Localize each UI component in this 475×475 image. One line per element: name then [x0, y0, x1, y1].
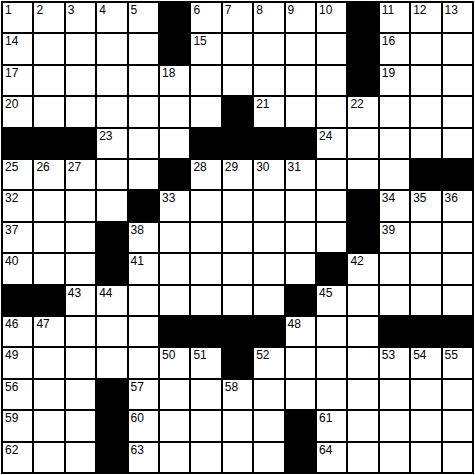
block-cell-r9c0: [3, 286, 32, 315]
cell-r5c10[interactable]: [317, 160, 346, 189]
clue-number: 44: [99, 286, 112, 300]
cell-r7c1[interactable]: [34, 223, 63, 252]
cell-r4c3[interactable]: 23: [97, 129, 126, 158]
cell-r7c4[interactable]: 38: [129, 223, 158, 252]
block-cell-r9c1: [34, 286, 63, 315]
cell-r3c4[interactable]: [129, 97, 158, 126]
cell-r9c13[interactable]: [411, 286, 440, 315]
cell-r5c4[interactable]: [129, 160, 158, 189]
clue-number: 21: [256, 97, 269, 111]
cell-r6c5[interactable]: 33: [160, 191, 189, 220]
crossword-grid: 1234567891011121314151617181920212223242…: [1, 1, 474, 474]
block-cell-r1c11: [348, 34, 377, 63]
block-cell-r13c9: [286, 411, 315, 440]
cell-r3c2[interactable]: [66, 97, 95, 126]
cell-r11c0[interactable]: 49: [3, 348, 32, 377]
block-cell-r5c5: [160, 160, 189, 189]
cell-r1c0[interactable]: 14: [3, 34, 32, 63]
cell-r2c1[interactable]: [34, 66, 63, 95]
cell-r0c13[interactable]: 12: [411, 3, 440, 32]
cell-r7c10[interactable]: [317, 223, 346, 252]
cell-r14c4[interactable]: 63: [129, 443, 158, 472]
clue-number: 49: [5, 348, 18, 362]
cell-r9c11[interactable]: [348, 286, 377, 315]
cell-r1c7[interactable]: [223, 34, 252, 63]
cell-r10c0[interactable]: 46: [3, 317, 32, 346]
clue-number: 6: [193, 3, 200, 17]
cell-r2c13[interactable]: [411, 66, 440, 95]
block-cell-r10c6: [191, 317, 220, 346]
cell-r6c1[interactable]: [34, 191, 63, 220]
clue-number: 27: [68, 160, 81, 174]
block-cell-r4c6: [191, 129, 220, 158]
cell-r11c2[interactable]: [66, 348, 95, 377]
cell-r7c12[interactable]: 39: [380, 223, 409, 252]
clue-number: 61: [319, 411, 332, 425]
clue-number: 36: [445, 191, 458, 205]
cell-r12c0[interactable]: 56: [3, 380, 32, 409]
cell-r6c7[interactable]: [223, 191, 252, 220]
cell-r14c14[interactable]: [443, 443, 472, 472]
cell-r14c7[interactable]: [223, 443, 252, 472]
cell-r1c14[interactable]: [443, 34, 472, 63]
block-cell-r4c7: [223, 129, 252, 158]
cell-r9c5[interactable]: [160, 286, 189, 315]
cell-r7c14[interactable]: [443, 223, 472, 252]
cell-r9c6[interactable]: [191, 286, 220, 315]
cell-r8c14[interactable]: [443, 254, 472, 283]
block-cell-r4c1: [34, 129, 63, 158]
cell-r7c13[interactable]: [411, 223, 440, 252]
cell-r8c5[interactable]: [160, 254, 189, 283]
cell-r12c4[interactable]: 57: [129, 380, 158, 409]
cell-r10c11[interactable]: [348, 317, 377, 346]
cell-r10c2[interactable]: [66, 317, 95, 346]
block-cell-r9c9: [286, 286, 315, 315]
cell-r5c3[interactable]: [97, 160, 126, 189]
cell-r0c10[interactable]: 10: [317, 3, 346, 32]
block-cell-r12c3: [97, 380, 126, 409]
cell-r7c9[interactable]: [286, 223, 315, 252]
cell-r3c3[interactable]: [97, 97, 126, 126]
cell-r11c11[interactable]: [348, 348, 377, 377]
block-cell-r10c12: [380, 317, 409, 346]
cell-r7c6[interactable]: [191, 223, 220, 252]
block-cell-r4c9: [286, 129, 315, 158]
cell-r6c8[interactable]: [254, 191, 283, 220]
block-cell-r0c11: [348, 3, 377, 32]
clue-number: 52: [256, 348, 269, 362]
clue-number: 58: [225, 380, 238, 394]
clue-number: 43: [68, 286, 81, 300]
cell-r5c1[interactable]: 26: [34, 160, 63, 189]
cell-r2c7[interactable]: [223, 66, 252, 95]
cell-r11c13[interactable]: 54: [411, 348, 440, 377]
cell-r12c12[interactable]: [380, 380, 409, 409]
cell-r3c9[interactable]: [286, 97, 315, 126]
cell-r3c12[interactable]: [380, 97, 409, 126]
cell-r11c12[interactable]: 53: [380, 348, 409, 377]
cell-r2c10[interactable]: [317, 66, 346, 95]
block-cell-r0c5: [160, 3, 189, 32]
cell-r8c11[interactable]: 42: [348, 254, 377, 283]
cell-r1c8[interactable]: [254, 34, 283, 63]
cell-r8c1[interactable]: [34, 254, 63, 283]
block-cell-r14c3: [97, 443, 126, 472]
clue-number: 12: [413, 3, 426, 17]
clue-number: 24: [319, 129, 332, 143]
cell-r6c3[interactable]: [97, 191, 126, 220]
cell-r14c12[interactable]: [380, 443, 409, 472]
clue-number: 39: [382, 223, 395, 237]
cell-r7c5[interactable]: [160, 223, 189, 252]
block-cell-r11c7: [223, 348, 252, 377]
cell-r9c3[interactable]: 44: [97, 286, 126, 315]
cell-r12c11[interactable]: [348, 380, 377, 409]
cell-r13c1[interactable]: [34, 411, 63, 440]
cell-r8c8[interactable]: [254, 254, 283, 283]
cell-r11c5[interactable]: 50: [160, 348, 189, 377]
block-cell-r4c0: [3, 129, 32, 158]
clue-number: 33: [162, 191, 175, 205]
cell-r4c10[interactable]: 24: [317, 129, 346, 158]
cell-r13c0[interactable]: 59: [3, 411, 32, 440]
cell-r0c1[interactable]: 2: [34, 3, 63, 32]
cell-r7c8[interactable]: [254, 223, 283, 252]
cell-r3c10[interactable]: [317, 97, 346, 126]
clue-number: 22: [350, 97, 363, 111]
cell-r5c6[interactable]: 28: [191, 160, 220, 189]
cell-r2c6[interactable]: [191, 66, 220, 95]
cell-r0c6[interactable]: 6: [191, 3, 220, 32]
cell-r10c10[interactable]: [317, 317, 346, 346]
clue-number: 60: [131, 411, 144, 425]
cell-r14c0[interactable]: 62: [3, 443, 32, 472]
cell-r10c4[interactable]: [129, 317, 158, 346]
block-cell-r13c3: [97, 411, 126, 440]
clue-number: 1: [5, 3, 12, 17]
cell-r11c10[interactable]: [317, 348, 346, 377]
clue-number: 23: [99, 129, 112, 143]
block-cell-r4c8: [254, 129, 283, 158]
clue-number: 26: [36, 160, 49, 174]
cell-r4c4[interactable]: [129, 129, 158, 158]
cell-r9c7[interactable]: [223, 286, 252, 315]
cell-r9c2[interactable]: 43: [66, 286, 95, 315]
cell-r0c7[interactable]: 7: [223, 3, 252, 32]
cell-r12c2[interactable]: [66, 380, 95, 409]
cell-r11c9[interactable]: [286, 348, 315, 377]
clue-number: 7: [225, 3, 232, 17]
clue-number: 15: [193, 34, 206, 48]
cell-r12c6[interactable]: [191, 380, 220, 409]
cell-r1c2[interactable]: [66, 34, 95, 63]
cell-r14c13[interactable]: [411, 443, 440, 472]
block-cell-r10c13: [411, 317, 440, 346]
clue-number: 51: [193, 348, 206, 362]
cell-r3c0[interactable]: 20: [3, 97, 32, 126]
clue-number: 13: [445, 3, 458, 17]
clue-number: 37: [5, 223, 18, 237]
block-cell-r8c3: [97, 254, 126, 283]
cell-r2c12[interactable]: 19: [380, 66, 409, 95]
cell-r10c3[interactable]: [97, 317, 126, 346]
cell-r12c7[interactable]: 58: [223, 380, 252, 409]
cell-r2c3[interactable]: [97, 66, 126, 95]
cell-r1c3[interactable]: [97, 34, 126, 63]
cell-r4c5[interactable]: [160, 129, 189, 158]
clue-number: 10: [319, 3, 332, 17]
cell-r8c6[interactable]: [191, 254, 220, 283]
cell-r13c5[interactable]: [160, 411, 189, 440]
cell-r2c9[interactable]: [286, 66, 315, 95]
cell-r6c10[interactable]: [317, 191, 346, 220]
cell-r6c0[interactable]: 32: [3, 191, 32, 220]
cell-r6c9[interactable]: [286, 191, 315, 220]
cell-r14c1[interactable]: [34, 443, 63, 472]
cell-r11c14[interactable]: 55: [443, 348, 472, 377]
cell-r3c1[interactable]: [34, 97, 63, 126]
cell-r2c4[interactable]: [129, 66, 158, 95]
block-cell-r4c2: [66, 129, 95, 158]
cell-r12c1[interactable]: [34, 380, 63, 409]
block-cell-r10c7: [223, 317, 252, 346]
cell-r4c11[interactable]: [348, 129, 377, 158]
cell-r9c12[interactable]: [380, 286, 409, 315]
clue-number: 28: [193, 160, 206, 174]
clue-number: 32: [5, 191, 18, 205]
clue-number: 64: [319, 443, 332, 457]
cell-r14c2[interactable]: [66, 443, 95, 472]
cell-r10c1[interactable]: 47: [34, 317, 63, 346]
clue-number: 50: [162, 348, 175, 362]
cell-r2c5[interactable]: 18: [160, 66, 189, 95]
cell-r5c0[interactable]: 25: [3, 160, 32, 189]
cell-r0c14[interactable]: 13: [443, 3, 472, 32]
clue-number: 62: [5, 443, 18, 457]
cell-r8c7[interactable]: [223, 254, 252, 283]
cell-r8c12[interactable]: [380, 254, 409, 283]
cell-r0c0[interactable]: 1: [3, 3, 32, 32]
clue-number: 59: [5, 411, 18, 425]
crossword-board: 1234567891011121314151617181920212223242…: [0, 0, 475, 475]
clue-number: 11: [382, 3, 394, 17]
cell-r10c9[interactable]: 48: [286, 317, 315, 346]
clue-number: 57: [131, 380, 144, 394]
cell-r8c13[interactable]: [411, 254, 440, 283]
clue-number: 55: [445, 348, 458, 362]
cell-r0c9[interactable]: 9: [286, 3, 315, 32]
cell-r12c10[interactable]: [317, 380, 346, 409]
cell-r11c3[interactable]: [97, 348, 126, 377]
block-cell-r1c5: [160, 34, 189, 63]
cell-r1c4[interactable]: [129, 34, 158, 63]
block-cell-r10c5: [160, 317, 189, 346]
cell-r6c6[interactable]: [191, 191, 220, 220]
cell-r11c8[interactable]: 52: [254, 348, 283, 377]
cell-r3c11[interactable]: 22: [348, 97, 377, 126]
clue-number: 16: [382, 34, 395, 48]
cell-r11c6[interactable]: 51: [191, 348, 220, 377]
cell-r8c4[interactable]: 41: [129, 254, 158, 283]
clue-number: 45: [319, 286, 332, 300]
clue-number: 8: [256, 3, 263, 17]
block-cell-r7c3: [97, 223, 126, 252]
clue-number: 53: [382, 348, 395, 362]
clue-number: 14: [5, 34, 18, 48]
clue-number: 40: [5, 254, 18, 268]
cell-r13c8[interactable]: [254, 411, 283, 440]
cell-r14c11[interactable]: [348, 443, 377, 472]
clue-number: 20: [5, 97, 18, 111]
cell-r14c5[interactable]: [160, 443, 189, 472]
cell-r5c9[interactable]: 31: [286, 160, 315, 189]
cell-r2c8[interactable]: [254, 66, 283, 95]
cell-r1c13[interactable]: [411, 34, 440, 63]
block-cell-r8c10: [317, 254, 346, 283]
cell-r12c5[interactable]: [160, 380, 189, 409]
cell-r7c7[interactable]: [223, 223, 252, 252]
block-cell-r5c13: [411, 160, 440, 189]
cell-r14c8[interactable]: [254, 443, 283, 472]
cell-r7c2[interactable]: [66, 223, 95, 252]
cell-r12c8[interactable]: [254, 380, 283, 409]
clue-number: 25: [5, 160, 18, 174]
clue-number: 38: [131, 223, 144, 237]
clue-number: 4: [99, 3, 106, 17]
clue-number: 18: [162, 66, 175, 80]
clue-number: 63: [131, 443, 144, 457]
cell-r5c7[interactable]: 29: [223, 160, 252, 189]
cell-r6c12[interactable]: 34: [380, 191, 409, 220]
block-cell-r10c14: [443, 317, 472, 346]
block-cell-r2c11: [348, 66, 377, 95]
clue-number: 34: [382, 191, 395, 205]
cell-r8c9[interactable]: [286, 254, 315, 283]
cell-r12c13[interactable]: [411, 380, 440, 409]
cell-r8c0[interactable]: 40: [3, 254, 32, 283]
cell-r9c14[interactable]: [443, 286, 472, 315]
cell-r1c12[interactable]: 16: [380, 34, 409, 63]
cell-r5c8[interactable]: 30: [254, 160, 283, 189]
cell-r3c5[interactable]: [160, 97, 189, 126]
cell-r13c7[interactable]: [223, 411, 252, 440]
cell-r13c13[interactable]: [411, 411, 440, 440]
clue-number: 29: [225, 160, 238, 174]
cell-r13c12[interactable]: [380, 411, 409, 440]
cell-r4c14[interactable]: [443, 129, 472, 158]
block-cell-r10c8: [254, 317, 283, 346]
cell-r8c2[interactable]: [66, 254, 95, 283]
clue-number: 35: [413, 191, 426, 205]
cell-r2c0[interactable]: 17: [3, 66, 32, 95]
cell-r9c8[interactable]: [254, 286, 283, 315]
block-cell-r14c9: [286, 443, 315, 472]
clue-number: 3: [68, 3, 75, 17]
cell-r1c10[interactable]: [317, 34, 346, 63]
clue-number: 41: [131, 254, 144, 268]
clue-number: 54: [413, 348, 426, 362]
clue-number: 48: [288, 317, 301, 331]
cell-r3c13[interactable]: [411, 97, 440, 126]
cell-r9c10[interactable]: 45: [317, 286, 346, 315]
cell-r14c10[interactable]: 64: [317, 443, 346, 472]
cell-r5c12[interactable]: [380, 160, 409, 189]
cell-r13c14[interactable]: [443, 411, 472, 440]
cell-r0c4[interactable]: 5: [129, 3, 158, 32]
cell-r2c14[interactable]: [443, 66, 472, 95]
clue-number: 17: [5, 66, 18, 80]
cell-r6c14[interactable]: 36: [443, 191, 472, 220]
cell-r5c2[interactable]: 27: [66, 160, 95, 189]
block-cell-r5c14: [443, 160, 472, 189]
cell-r3c8[interactable]: 21: [254, 97, 283, 126]
cell-r4c13[interactable]: [411, 129, 440, 158]
clue-number: 47: [36, 317, 49, 331]
cell-r1c1[interactable]: [34, 34, 63, 63]
cell-r3c14[interactable]: [443, 97, 472, 126]
cell-r4c12[interactable]: [380, 129, 409, 158]
block-cell-r6c4: [129, 191, 158, 220]
cell-r13c10[interactable]: 61: [317, 411, 346, 440]
cell-r0c12[interactable]: 11: [380, 3, 409, 32]
cell-r12c14[interactable]: [443, 380, 472, 409]
cell-r0c2[interactable]: 3: [66, 3, 95, 32]
cell-r6c13[interactable]: 35: [411, 191, 440, 220]
clue-number: 46: [5, 317, 18, 331]
clue-number: 31: [288, 160, 301, 174]
cell-r7c0[interactable]: 37: [3, 223, 32, 252]
cell-r5c11[interactable]: [348, 160, 377, 189]
clue-number: 42: [350, 254, 363, 268]
cell-r11c4[interactable]: [129, 348, 158, 377]
cell-r1c6[interactable]: 15: [191, 34, 220, 63]
cell-r13c6[interactable]: [191, 411, 220, 440]
block-cell-r7c11: [348, 223, 377, 252]
cell-r6c2[interactable]: [66, 191, 95, 220]
cell-r13c2[interactable]: [66, 411, 95, 440]
cell-r12c9[interactable]: [286, 380, 315, 409]
clue-number: 30: [256, 160, 269, 174]
cell-r3c6[interactable]: [191, 97, 220, 126]
block-cell-r3c7: [223, 97, 252, 126]
clue-number: 5: [131, 3, 138, 17]
cell-r0c8[interactable]: 8: [254, 3, 283, 32]
cell-r13c4[interactable]: 60: [129, 411, 158, 440]
block-cell-r6c11: [348, 191, 377, 220]
cell-r9c4[interactable]: [129, 286, 158, 315]
cell-r14c6[interactable]: [191, 443, 220, 472]
clue-number: 2: [36, 3, 43, 17]
cell-r13c11[interactable]: [348, 411, 377, 440]
clue-number: 9: [288, 3, 295, 17]
clue-number: 56: [5, 380, 18, 394]
cell-r0c3[interactable]: 4: [97, 3, 126, 32]
cell-r1c9[interactable]: [286, 34, 315, 63]
clue-number: 19: [382, 66, 395, 80]
cell-r2c2[interactable]: [66, 66, 95, 95]
cell-r11c1[interactable]: [34, 348, 63, 377]
